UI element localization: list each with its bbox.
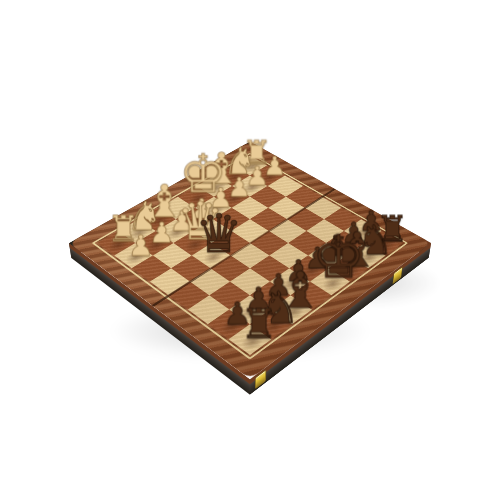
product-photo: ♜♞♝♚♝♞♜♟♟♟♟♟♟♟♟♛♛♟♟♟♟♟♟♟♟♜♞♝♚♝♞♜ — [0, 0, 500, 500]
piece-white-pawn: ♟ — [128, 232, 154, 261]
piece-black-queen: ♛ — [195, 207, 243, 260]
piece-black-rook: ♜ — [240, 305, 276, 346]
